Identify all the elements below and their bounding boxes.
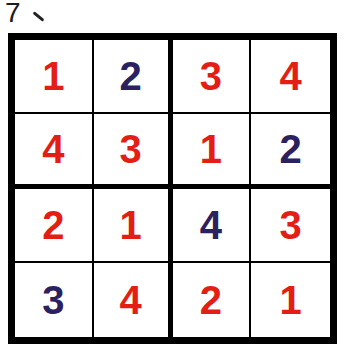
puzzle-number-label: 7 bbox=[5, 0, 45, 28]
cell-r3c3[interactable]: 4 bbox=[173, 189, 252, 263]
cell-digit: 3 bbox=[200, 56, 222, 96]
cell-r4c2[interactable]: 4 bbox=[94, 263, 173, 337]
cell-r2c3[interactable]: 1 bbox=[173, 114, 252, 188]
cell-digit: 2 bbox=[200, 280, 222, 320]
cell-digit: 1 bbox=[200, 129, 222, 169]
cell-digit: 3 bbox=[120, 129, 142, 169]
cell-r1c4[interactable]: 4 bbox=[251, 40, 330, 114]
cell-r4c4[interactable]: 1 bbox=[251, 263, 330, 337]
cell-r3c4[interactable]: 3 bbox=[251, 189, 330, 263]
cell-r2c1[interactable]: 4 bbox=[15, 114, 94, 188]
cell-r3c2[interactable]: 1 bbox=[94, 189, 173, 263]
cell-digit: 2 bbox=[120, 56, 142, 96]
cell-digit: 4 bbox=[280, 56, 302, 96]
cell-r3c1[interactable]: 2 bbox=[15, 189, 94, 263]
cell-r1c3[interactable]: 3 bbox=[173, 40, 252, 114]
puzzle-number: 7 bbox=[5, 0, 21, 28]
cell-r1c2[interactable]: 2 bbox=[94, 40, 173, 114]
cell-digit: 4 bbox=[42, 129, 64, 169]
cell-digit: 4 bbox=[200, 205, 222, 245]
cell-r2c2[interactable]: 3 bbox=[94, 114, 173, 188]
cell-digit: 1 bbox=[120, 205, 142, 245]
sudoku-board: 1 2 3 4 4 3 1 2 2 1 4 3 3 4 2 1 bbox=[8, 33, 337, 344]
cell-digit: 1 bbox=[42, 56, 64, 96]
cell-digit: 3 bbox=[42, 280, 64, 320]
cell-digit: 2 bbox=[42, 205, 64, 245]
worksheet-page: 7 1 2 3 4 4 3 1 2 2 1 4 3 3 4 2 1 bbox=[0, 0, 344, 351]
cell-r4c3[interactable]: 2 bbox=[173, 263, 252, 337]
cell-r2c4[interactable]: 2 bbox=[251, 114, 330, 188]
cell-digit: 2 bbox=[280, 129, 302, 169]
cell-digit: 3 bbox=[280, 205, 302, 245]
cell-digit: 4 bbox=[120, 280, 142, 320]
cell-digit: 1 bbox=[280, 280, 302, 320]
cell-r1c1[interactable]: 1 bbox=[15, 40, 94, 114]
ideographic-comma-mark bbox=[32, 11, 44, 22]
cell-r4c1[interactable]: 3 bbox=[15, 263, 94, 337]
